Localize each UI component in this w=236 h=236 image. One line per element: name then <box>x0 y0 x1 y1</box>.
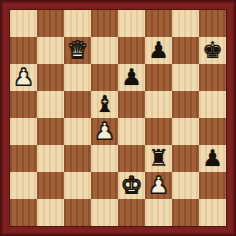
square-d3[interactable] <box>91 145 118 172</box>
square-c6[interactable] <box>64 64 91 91</box>
square-h6[interactable] <box>199 64 226 91</box>
square-c7[interactable]: ♛ <box>64 37 91 64</box>
square-b5[interactable] <box>37 91 64 118</box>
square-d4[interactable]: ♟ <box>91 118 118 145</box>
piece-white-pawn-a6[interactable]: ♟ <box>10 64 37 91</box>
chess-board: ♛♟♚♟♟♝♟♜♟♚♟ <box>10 10 226 226</box>
square-g2[interactable] <box>172 172 199 199</box>
square-h3[interactable]: ♟ <box>199 145 226 172</box>
square-b1[interactable] <box>37 199 64 226</box>
square-g3[interactable] <box>172 145 199 172</box>
square-f8[interactable] <box>145 10 172 37</box>
square-a3[interactable] <box>10 145 37 172</box>
square-e4[interactable] <box>118 118 145 145</box>
piece-white-queen-c7[interactable]: ♛ <box>64 37 91 64</box>
square-f3[interactable]: ♜ <box>145 145 172 172</box>
square-d6[interactable] <box>91 64 118 91</box>
square-d7[interactable] <box>91 37 118 64</box>
square-f2[interactable]: ♟ <box>145 172 172 199</box>
square-c3[interactable] <box>64 145 91 172</box>
square-g7[interactable] <box>172 37 199 64</box>
square-d8[interactable] <box>91 10 118 37</box>
piece-white-pawn-f2[interactable]: ♟ <box>145 172 172 199</box>
square-d5[interactable]: ♝ <box>91 91 118 118</box>
square-e2[interactable]: ♚ <box>118 172 145 199</box>
square-f7[interactable]: ♟ <box>145 37 172 64</box>
square-f5[interactable] <box>145 91 172 118</box>
square-f4[interactable] <box>145 118 172 145</box>
square-e3[interactable] <box>118 145 145 172</box>
square-c4[interactable] <box>64 118 91 145</box>
square-e6[interactable]: ♟ <box>118 64 145 91</box>
square-h5[interactable] <box>199 91 226 118</box>
square-a6[interactable]: ♟ <box>10 64 37 91</box>
square-a8[interactable] <box>10 10 37 37</box>
square-e8[interactable] <box>118 10 145 37</box>
square-g5[interactable] <box>172 91 199 118</box>
square-e7[interactable] <box>118 37 145 64</box>
square-b3[interactable] <box>37 145 64 172</box>
square-f6[interactable] <box>145 64 172 91</box>
square-c8[interactable] <box>64 10 91 37</box>
square-h2[interactable] <box>199 172 226 199</box>
square-h4[interactable] <box>199 118 226 145</box>
piece-black-pawn-h3[interactable]: ♟ <box>199 145 226 172</box>
square-b8[interactable] <box>37 10 64 37</box>
piece-black-king-h7[interactable]: ♚ <box>199 37 226 64</box>
square-h1[interactable] <box>199 199 226 226</box>
square-e1[interactable] <box>118 199 145 226</box>
square-a5[interactable] <box>10 91 37 118</box>
piece-white-king-e2[interactable]: ♚ <box>118 172 145 199</box>
square-c1[interactable] <box>64 199 91 226</box>
square-h8[interactable] <box>199 10 226 37</box>
piece-white-pawn-d4[interactable]: ♟ <box>91 118 118 145</box>
square-c2[interactable] <box>64 172 91 199</box>
square-b6[interactable] <box>37 64 64 91</box>
piece-black-pawn-f7[interactable]: ♟ <box>145 37 172 64</box>
square-d1[interactable] <box>91 199 118 226</box>
square-a2[interactable] <box>10 172 37 199</box>
square-a7[interactable] <box>10 37 37 64</box>
square-a1[interactable] <box>10 199 37 226</box>
square-g1[interactable] <box>172 199 199 226</box>
square-g6[interactable] <box>172 64 199 91</box>
square-h7[interactable]: ♚ <box>199 37 226 64</box>
chess-board-frame: ♛♟♚♟♟♝♟♜♟♚♟ <box>0 0 236 236</box>
square-c5[interactable] <box>64 91 91 118</box>
piece-black-rook-f3[interactable]: ♜ <box>145 145 172 172</box>
square-b4[interactable] <box>37 118 64 145</box>
square-g8[interactable] <box>172 10 199 37</box>
piece-black-bishop-d5[interactable]: ♝ <box>91 91 118 118</box>
square-b7[interactable] <box>37 37 64 64</box>
square-d2[interactable] <box>91 172 118 199</box>
square-f1[interactable] <box>145 199 172 226</box>
square-b2[interactable] <box>37 172 64 199</box>
square-g4[interactable] <box>172 118 199 145</box>
square-a4[interactable] <box>10 118 37 145</box>
square-e5[interactable] <box>118 91 145 118</box>
piece-black-pawn-e6[interactable]: ♟ <box>118 64 145 91</box>
